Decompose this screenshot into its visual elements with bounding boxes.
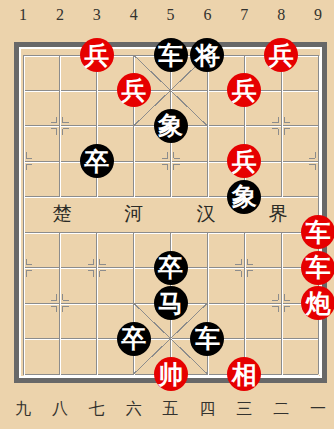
piece-red-pawn[interactable]: 兵 <box>227 144 261 178</box>
river-char-2: 河 <box>122 203 146 225</box>
file-label-top-6: 6 <box>195 6 219 24</box>
piece-black-rook[interactable]: 车 <box>154 38 188 72</box>
piece-red-cannon[interactable]: 炮 <box>301 286 334 320</box>
piece-black-pawn[interactable]: 卒 <box>117 322 151 356</box>
file-label-top-4: 4 <box>122 6 146 24</box>
piece-black-elephant[interactable]: 象 <box>154 109 188 143</box>
file-label-bottom-1: 九 <box>11 400 35 418</box>
piece-red-pawn[interactable]: 兵 <box>80 38 114 72</box>
file-label-top-3: 3 <box>85 6 109 24</box>
piece-red-pawn[interactable]: 兵 <box>264 38 298 72</box>
piece-red-elephant[interactable]: 相 <box>227 357 261 391</box>
file-label-top-9: 9 <box>306 6 330 24</box>
piece-red-pawn[interactable]: 兵 <box>227 73 261 107</box>
piece-red-pawn[interactable]: 兵 <box>117 73 151 107</box>
piece-red-rook[interactable]: 车 <box>301 251 334 285</box>
river-char-4: 界 <box>266 203 290 225</box>
piece-black-elephant[interactable]: 象 <box>227 180 261 214</box>
xiangqi-board: 123456789 九八七六五四三二一 楚河汉界 兵车将兵兵兵象卒兵象车卒车马炮… <box>0 0 334 429</box>
file-label-bottom-5: 五 <box>159 400 183 418</box>
file-label-top-2: 2 <box>48 6 72 24</box>
file-label-bottom-2: 八 <box>48 400 72 418</box>
file-label-bottom-9: 一 <box>306 400 330 418</box>
river-char-3: 汉 <box>194 203 218 225</box>
file-label-top-5: 5 <box>159 6 183 24</box>
piece-black-horse[interactable]: 马 <box>154 286 188 320</box>
piece-black-pawn[interactable]: 卒 <box>154 251 188 285</box>
river-char-1: 楚 <box>50 203 74 225</box>
piece-black-king[interactable]: 将 <box>190 38 224 72</box>
piece-red-king[interactable]: 帅 <box>154 357 188 391</box>
piece-black-rook[interactable]: 车 <box>190 322 224 356</box>
file-label-top-1: 1 <box>11 6 35 24</box>
file-label-bottom-3: 七 <box>85 400 109 418</box>
file-label-bottom-8: 二 <box>269 400 293 418</box>
file-label-top-7: 7 <box>232 6 256 24</box>
file-label-bottom-7: 三 <box>232 400 256 418</box>
file-label-bottom-4: 六 <box>122 400 146 418</box>
file-label-top-8: 8 <box>269 6 293 24</box>
file-label-bottom-6: 四 <box>195 400 219 418</box>
piece-red-rook[interactable]: 车 <box>301 215 334 249</box>
piece-black-pawn[interactable]: 卒 <box>80 144 114 178</box>
